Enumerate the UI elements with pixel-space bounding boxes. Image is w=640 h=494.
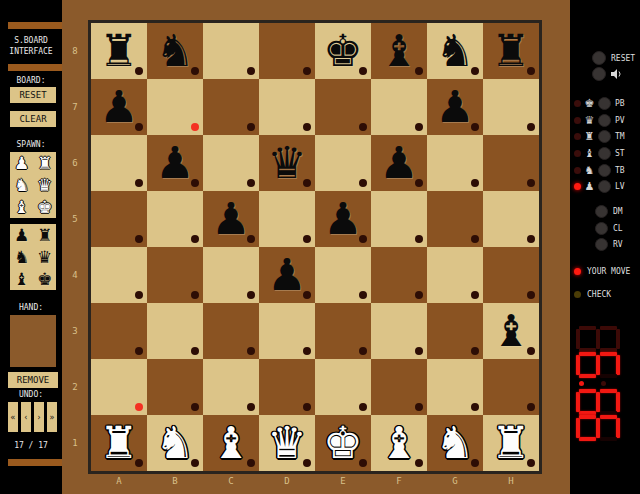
square-c1[interactable]: ♝ [203, 415, 259, 471]
white-knight[interactable]: ♞ [435, 421, 474, 465]
square-h4[interactable] [483, 247, 539, 303]
segment [579, 374, 596, 378]
cl-label: CL [613, 224, 623, 233]
square-g8[interactable]: ♞ [427, 23, 483, 79]
segment [600, 437, 617, 441]
right-panel: RESET ♚PB♛PV♜TM♝ST♞TB♟LV DMCLRV YOUR MOV… [570, 0, 640, 494]
square-a2[interactable] [91, 359, 147, 415]
square-d3[interactable] [259, 303, 315, 359]
square-f6[interactable]: ♟ [371, 135, 427, 191]
spawn-white-king[interactable]: ♚ [33, 196, 56, 218]
black-king[interactable]: ♚ [323, 29, 362, 73]
aux-row-DM: DM [570, 203, 640, 220]
corner-dot [191, 403, 199, 411]
square-b6[interactable]: ♟ [147, 135, 203, 191]
bishop-icon: ♝ [583, 148, 596, 159]
corner-dot [191, 347, 199, 355]
clear-board-button[interactable]: CLEAR [10, 111, 56, 127]
your-move-label: YOUR MOVE [587, 267, 630, 276]
white-queen[interactable]: ♛ [37, 177, 52, 194]
dm-button[interactable] [595, 205, 608, 218]
tm-label: TM [615, 132, 625, 141]
pb-label: PB [615, 99, 625, 108]
rv-label: RV [613, 240, 623, 249]
square-e4[interactable] [315, 247, 371, 303]
square-h1[interactable]: ♜ [483, 415, 539, 471]
segment [596, 355, 600, 375]
cl-button[interactable] [595, 222, 608, 235]
undo-controls: «‹›» [8, 402, 57, 432]
black-rook[interactable]: ♜ [99, 29, 138, 73]
square-b1[interactable]: ♞ [147, 415, 203, 471]
square-h6[interactable] [483, 135, 539, 191]
app-title-line1: S.BOARD [0, 36, 62, 45]
corner-dot [471, 291, 479, 299]
white-bishop[interactable]: ♝ [211, 421, 250, 465]
spawn-black-queen[interactable]: ♛ [33, 246, 56, 268]
square-f8[interactable]: ♝ [371, 23, 427, 79]
indicator-row-LV: ♟LV [570, 178, 640, 195]
your-move-led [574, 268, 581, 275]
divider-bar [8, 64, 62, 71]
corner-dot [359, 123, 367, 131]
square-e6[interactable] [315, 135, 371, 191]
square-c8[interactable] [203, 23, 259, 79]
corner-dot [527, 291, 535, 299]
corner-dot [135, 179, 143, 187]
segment [600, 374, 617, 378]
corner-dot [247, 67, 255, 75]
display-digit-1 [576, 326, 620, 352]
indicator-row-PB: ♚PB [570, 95, 640, 112]
corner-dot [471, 403, 479, 411]
square-g7[interactable]: ♟ [427, 79, 483, 135]
file-label-D: D [259, 476, 315, 486]
aux-row-RV: RV [570, 236, 640, 253]
rank-label-7: 7 [62, 79, 88, 135]
undo-first-button[interactable]: « [8, 402, 18, 432]
rank-label-2: 2 [62, 359, 88, 415]
corner-dot [527, 123, 535, 131]
spawn-palette-black: ♟♜♞♛♝♚ [10, 224, 56, 290]
white-knight[interactable]: ♞ [14, 177, 29, 194]
white-rook[interactable]: ♜ [491, 421, 530, 465]
check-led [574, 291, 581, 298]
pv-label: PV [615, 116, 625, 125]
square-d8[interactable] [259, 23, 315, 79]
square-f2[interactable] [371, 359, 427, 415]
square-g2[interactable] [427, 359, 483, 415]
undo-section-label: UNDO: [0, 390, 62, 399]
corner-dot [359, 347, 367, 355]
corner-dot [303, 235, 311, 243]
corner-dot [135, 347, 143, 355]
st-label: ST [615, 149, 625, 158]
st-led [574, 150, 581, 157]
white-pawn[interactable]: ♟ [14, 155, 29, 172]
corner-dot [303, 403, 311, 411]
aux-row-CL: CL [570, 220, 640, 237]
divider-bar [8, 22, 62, 29]
corner-dot [191, 291, 199, 299]
pawn-icon: ♟ [583, 181, 596, 192]
segment [600, 415, 617, 419]
display-digit-2 [576, 352, 620, 378]
black-pawn[interactable]: ♟ [99, 85, 138, 129]
white-rook[interactable]: ♜ [99, 421, 138, 465]
segment [596, 418, 600, 438]
black-pawn[interactable]: ♟ [435, 85, 474, 129]
pb-button[interactable] [598, 97, 611, 110]
black-pawn[interactable]: ♟ [211, 197, 250, 241]
corner-dot [415, 235, 423, 243]
hand-slot[interactable] [10, 315, 56, 367]
square-d1[interactable]: ♛ [259, 415, 315, 471]
square-a7[interactable]: ♟ [91, 79, 147, 135]
undo-step-back-button[interactable]: ‹ [21, 402, 31, 432]
segment [576, 355, 580, 375]
segment [596, 392, 600, 412]
square-h8[interactable]: ♜ [483, 23, 539, 79]
red-marker-dot [135, 403, 143, 411]
square-a3[interactable] [91, 303, 147, 359]
tm-led [574, 133, 581, 140]
square-d7[interactable] [259, 79, 315, 135]
indicator-row-TM: ♜TM [570, 128, 640, 145]
rank-label-1: 1 [62, 415, 88, 471]
tb-led [574, 167, 581, 174]
square-g3[interactable] [427, 303, 483, 359]
spawn-black-knight[interactable]: ♞ [10, 246, 33, 268]
sound-button[interactable] [592, 67, 606, 81]
corner-dot [191, 235, 199, 243]
corner-dot [415, 123, 423, 131]
segment [600, 389, 617, 393]
square-a8[interactable]: ♜ [91, 23, 147, 79]
tb-button[interactable] [598, 164, 611, 177]
corner-dot [527, 179, 535, 187]
corner-dot [135, 235, 143, 243]
segment [579, 415, 596, 419]
panel-reset-button[interactable] [592, 51, 606, 65]
square-e5[interactable]: ♟ [315, 191, 371, 247]
square-g6[interactable] [427, 135, 483, 191]
hand-section-label: HAND: [0, 303, 62, 312]
spawn-white-knight[interactable]: ♞ [10, 174, 33, 196]
pv-button[interactable] [598, 114, 611, 127]
reset-board-button[interactable]: RESET [10, 87, 56, 103]
black-king[interactable]: ♚ [37, 271, 52, 288]
square-b3[interactable] [147, 303, 203, 359]
corner-dot [527, 403, 535, 411]
square-g1[interactable]: ♞ [427, 415, 483, 471]
white-bishop[interactable]: ♝ [379, 421, 418, 465]
black-rook[interactable]: ♜ [37, 227, 52, 244]
file-label-F: F [371, 476, 427, 486]
square-e1[interactable]: ♚ [315, 415, 371, 471]
square-c5[interactable]: ♟ [203, 191, 259, 247]
segment [579, 352, 596, 356]
spawn-section-label: SPAWN: [0, 140, 62, 149]
rv-button[interactable] [595, 238, 608, 251]
tm-button[interactable] [598, 130, 611, 143]
square-a6[interactable] [91, 135, 147, 191]
corner-dot [359, 403, 367, 411]
black-queen[interactable]: ♛ [267, 141, 306, 185]
square-f4[interactable] [371, 247, 427, 303]
spawn-white-bishop[interactable]: ♝ [10, 196, 33, 218]
black-knight[interactable]: ♞ [155, 29, 194, 73]
rank-label-3: 3 [62, 303, 88, 359]
panel-reset-label: RESET [611, 54, 635, 63]
white-king[interactable]: ♚ [37, 199, 52, 216]
lv-button[interactable] [598, 180, 611, 193]
file-label-E: E [315, 476, 371, 486]
corner-dot [247, 123, 255, 131]
indicator-led-rows: ♚PB♛PV♜TM♝ST♞TB♟LV [570, 95, 640, 195]
black-pawn[interactable]: ♟ [323, 197, 362, 241]
square-b7[interactable] [147, 79, 203, 135]
black-pawn[interactable]: ♟ [379, 141, 418, 185]
king-icon: ♚ [583, 98, 596, 109]
segment [616, 355, 620, 375]
indicator-row-PV: ♛PV [570, 112, 640, 129]
corner-dot [247, 347, 255, 355]
black-bishop[interactable]: ♝ [14, 271, 29, 288]
corner-dot [135, 291, 143, 299]
file-label-A: A [91, 476, 147, 486]
file-label-H: H [483, 476, 539, 486]
black-rook[interactable]: ♜ [491, 29, 530, 73]
speaker-icon [611, 69, 623, 79]
rank-label-8: 8 [62, 23, 88, 79]
board-section-label: BOARD: [0, 76, 62, 85]
undo-counter: 17 / 17 [0, 441, 62, 450]
rank-label-4: 4 [62, 247, 88, 303]
spawn-black-bishop[interactable]: ♝ [10, 268, 33, 290]
indicator-row-TB: ♞TB [570, 162, 640, 179]
sidebar: S.BOARD INTERFACE BOARD: RESET CLEAR SPA… [0, 0, 62, 494]
square-h5[interactable] [483, 191, 539, 247]
square-c3[interactable] [203, 303, 259, 359]
pv-led [574, 117, 581, 124]
chess-board: ♜♞♚♝♞♜♟♟♟♛♟♟♟♟♝♜♞♝♛♚♝♞♜ [88, 20, 542, 474]
tb-label: TB [615, 166, 625, 175]
black-knight[interactable]: ♞ [14, 249, 29, 266]
corner-dot [303, 347, 311, 355]
display-colon-left [579, 381, 584, 386]
rank-label-6: 6 [62, 135, 88, 191]
square-h3[interactable]: ♝ [483, 303, 539, 359]
corner-dot [415, 403, 423, 411]
square-d2[interactable] [259, 359, 315, 415]
spawn-black-pawn[interactable]: ♟ [10, 224, 33, 246]
segment [600, 352, 617, 356]
square-a5[interactable] [91, 191, 147, 247]
rank-label-5: 5 [62, 191, 88, 247]
corner-dot [527, 235, 535, 243]
black-queen[interactable]: ♛ [37, 249, 52, 266]
display-digit-4 [576, 415, 620, 441]
corner-dot [471, 179, 479, 187]
segment [616, 329, 620, 349]
square-h7[interactable] [483, 79, 539, 135]
remove-button[interactable]: REMOVE [8, 372, 58, 388]
segment [616, 418, 620, 438]
square-c6[interactable] [203, 135, 259, 191]
spawn-white-pawn[interactable]: ♟ [10, 152, 33, 174]
square-a4[interactable] [91, 247, 147, 303]
corner-dot [303, 67, 311, 75]
black-bishop[interactable]: ♝ [379, 29, 418, 73]
square-b2[interactable] [147, 359, 203, 415]
white-bishop[interactable]: ♝ [14, 199, 29, 216]
rook-icon: ♜ [583, 131, 596, 142]
undo-step-forward-button[interactable]: › [34, 402, 44, 432]
square-e8[interactable]: ♚ [315, 23, 371, 79]
segment [579, 326, 596, 330]
square-d5[interactable] [259, 191, 315, 247]
square-e2[interactable] [315, 359, 371, 415]
square-h2[interactable] [483, 359, 539, 415]
square-g4[interactable] [427, 247, 483, 303]
corner-dot [415, 291, 423, 299]
corner-dot [303, 123, 311, 131]
file-labels: ABCDEFGH [91, 476, 539, 486]
square-c2[interactable] [203, 359, 259, 415]
file-label-B: B [147, 476, 203, 486]
red-marker-dot [191, 123, 199, 131]
spawn-black-rook[interactable]: ♜ [33, 224, 56, 246]
corner-dot [471, 347, 479, 355]
st-button[interactable] [598, 147, 611, 160]
segment [576, 329, 580, 349]
lv-led [574, 183, 581, 190]
lv-label: LV [615, 182, 625, 191]
corner-dot [359, 179, 367, 187]
rank-labels: 87654321 [62, 23, 88, 471]
square-e3[interactable] [315, 303, 371, 359]
divider-bar [8, 459, 62, 466]
segment [600, 326, 617, 330]
corner-dot [247, 291, 255, 299]
undo-last-button[interactable]: » [47, 402, 57, 432]
square-b5[interactable] [147, 191, 203, 247]
file-label-C: C [203, 476, 259, 486]
app-title-line2: INTERFACE [0, 47, 62, 56]
square-d4[interactable]: ♟ [259, 247, 315, 303]
square-c7[interactable] [203, 79, 259, 135]
square-f1[interactable]: ♝ [371, 415, 427, 471]
segment [616, 392, 620, 412]
square-d6[interactable]: ♛ [259, 135, 315, 191]
check-label: CHECK [587, 290, 611, 299]
square-e7[interactable] [315, 79, 371, 135]
black-bishop[interactable]: ♝ [491, 309, 530, 353]
corner-dot [247, 179, 255, 187]
white-king[interactable]: ♚ [323, 421, 362, 465]
segment [579, 437, 596, 441]
corner-dot [247, 403, 255, 411]
square-b8[interactable]: ♞ [147, 23, 203, 79]
pb-led [574, 100, 581, 107]
queen-icon: ♛ [583, 115, 596, 126]
spawn-black-king[interactable]: ♚ [33, 268, 56, 290]
segment [596, 329, 600, 349]
file-label-G: G [427, 476, 483, 486]
corner-dot [359, 291, 367, 299]
black-knight[interactable]: ♞ [435, 29, 474, 73]
segment [576, 392, 580, 412]
corner-dot [471, 235, 479, 243]
segment [579, 389, 596, 393]
spawn-white-rook[interactable]: ♜ [33, 152, 56, 174]
square-a1[interactable]: ♜ [91, 415, 147, 471]
dm-label: DM [613, 207, 623, 216]
square-g5[interactable] [427, 191, 483, 247]
white-queen[interactable]: ♛ [267, 421, 306, 465]
spawn-white-queen[interactable]: ♛ [33, 174, 56, 196]
square-f3[interactable] [371, 303, 427, 359]
square-f7[interactable] [371, 79, 427, 135]
square-b4[interactable] [147, 247, 203, 303]
display-digit-3 [576, 389, 620, 415]
spawn-palette-white: ♟♜♞♛♝♚ [10, 152, 56, 218]
smart-board-interface: S.BOARD INTERFACE BOARD: RESET CLEAR SPA… [0, 0, 640, 494]
white-knight[interactable]: ♞ [155, 421, 194, 465]
black-pawn[interactable]: ♟ [14, 227, 29, 244]
indicator-row-ST: ♝ST [570, 145, 640, 162]
square-f5[interactable] [371, 191, 427, 247]
aux-button-rows: DMCLRV [570, 203, 640, 253]
black-pawn[interactable]: ♟ [155, 141, 194, 185]
knight-icon: ♞ [583, 165, 596, 176]
corner-dot [415, 347, 423, 355]
segment [576, 418, 580, 438]
black-pawn[interactable]: ♟ [267, 253, 306, 297]
white-rook[interactable]: ♜ [37, 155, 52, 172]
square-c4[interactable] [203, 247, 259, 303]
display-colon-right [601, 381, 606, 386]
